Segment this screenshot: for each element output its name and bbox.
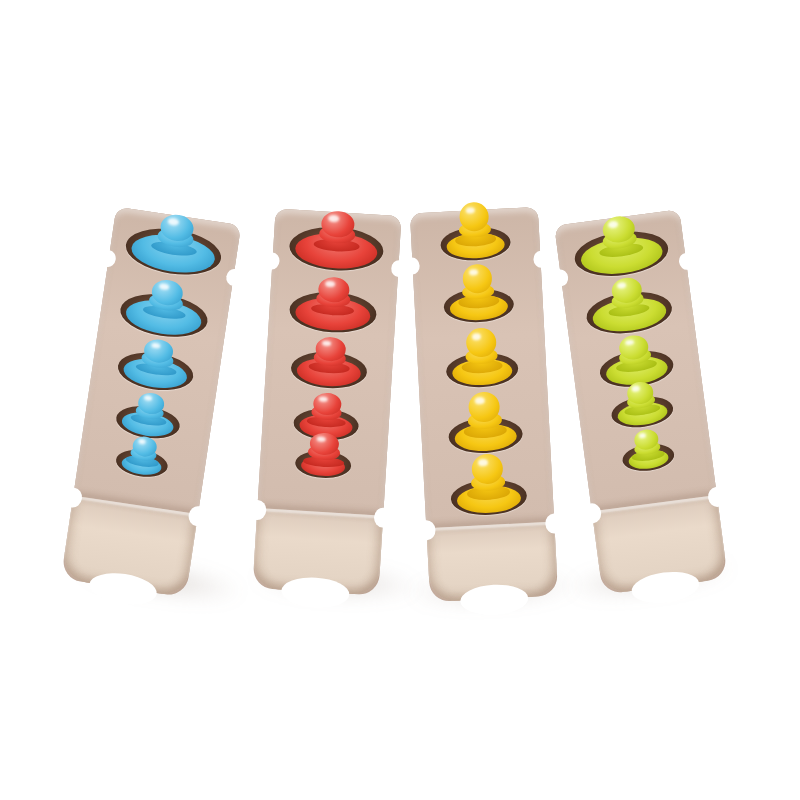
product-photo bbox=[0, 0, 800, 800]
cylinder-knob bbox=[316, 276, 350, 316]
socket-blue-2 bbox=[117, 288, 210, 342]
cylinder-knob bbox=[617, 334, 651, 374]
cylinder-knob bbox=[129, 435, 158, 468]
cylinder-knob bbox=[319, 210, 355, 252]
cylinder-knob bbox=[632, 428, 661, 462]
cylinder-block-blue bbox=[61, 207, 241, 597]
side-notch-right-front bbox=[373, 507, 392, 528]
knob-highlight bbox=[316, 436, 325, 442]
side-notch-right-front bbox=[545, 513, 564, 534]
cylinder-knob bbox=[308, 432, 340, 468]
cylinder-knob bbox=[458, 201, 490, 247]
knob-highlight bbox=[319, 396, 328, 402]
socket-blue-3 bbox=[115, 348, 195, 395]
knob-highlight bbox=[472, 333, 482, 341]
cylinder-block-red bbox=[253, 209, 402, 596]
cylinder-knob bbox=[471, 453, 505, 501]
cylinder-knob bbox=[313, 336, 346, 374]
socket-blue-4 bbox=[114, 402, 182, 442]
socket-red-5 bbox=[294, 449, 352, 479]
cylinder-knob bbox=[625, 380, 656, 416]
cylinder-knob bbox=[600, 214, 638, 258]
block-top-face bbox=[257, 209, 401, 516]
socket-yellow-4 bbox=[448, 416, 524, 455]
knob-highlight bbox=[325, 281, 335, 288]
block-top-face bbox=[73, 207, 241, 514]
knob-highlight bbox=[168, 218, 179, 226]
socket-green-5 bbox=[621, 441, 676, 474]
block-top-face bbox=[554, 209, 717, 511]
socket-yellow-3 bbox=[445, 351, 519, 389]
cylinder-knob bbox=[134, 391, 165, 427]
cylinder-block-green bbox=[554, 209, 727, 594]
cylinder-knob bbox=[465, 327, 498, 374]
side-notch-right-back bbox=[533, 250, 549, 268]
socket-green-4 bbox=[610, 393, 675, 431]
cylinder-knob bbox=[140, 337, 175, 376]
socket-red-2 bbox=[288, 290, 377, 335]
cylinder-knob bbox=[148, 278, 185, 320]
cylinder-knob bbox=[467, 391, 501, 439]
socket-green-1 bbox=[572, 226, 671, 281]
cylinder-knob bbox=[462, 263, 494, 309]
cylinder-block-yellow bbox=[410, 207, 558, 602]
cylinder-knob bbox=[156, 213, 196, 258]
cylinder-knob bbox=[311, 392, 342, 428]
knob-highlight bbox=[329, 215, 340, 222]
socket-green-2 bbox=[584, 287, 674, 338]
block-top-face bbox=[410, 207, 554, 528]
socket-blue-5 bbox=[114, 447, 169, 480]
socket-red-3 bbox=[290, 350, 368, 391]
socket-yellow-1 bbox=[440, 225, 512, 262]
socket-yellow-5 bbox=[450, 477, 528, 516]
cylinder-knob bbox=[609, 276, 645, 318]
socket-blue-1 bbox=[123, 223, 224, 281]
socket-red-1 bbox=[288, 224, 384, 273]
socket-yellow-2 bbox=[443, 287, 515, 324]
